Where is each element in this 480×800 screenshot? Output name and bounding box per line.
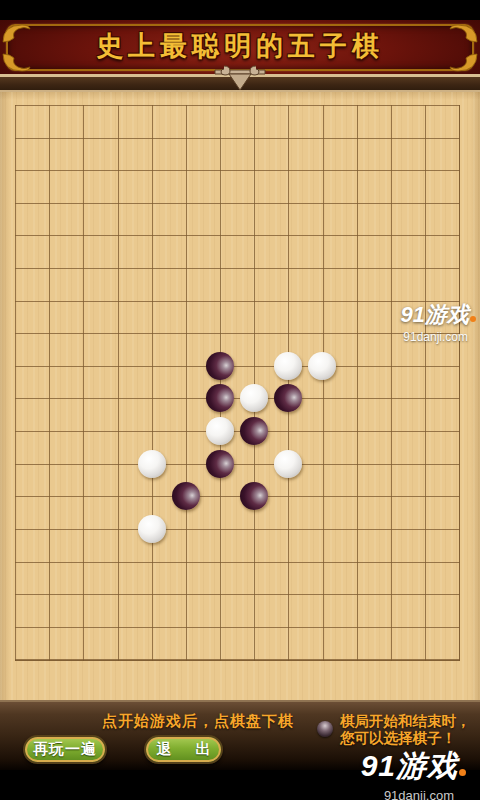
black-stone [172,482,200,510]
logo-dot-icon [459,769,466,776]
banner-bottom-ornament-icon [212,64,268,98]
game-board[interactable] [0,92,480,700]
white-stone [138,515,166,543]
white-stone [308,352,336,380]
stone-icon [317,721,333,737]
black-stone [206,450,234,478]
white-stone [240,384,268,412]
logo-brand: 91游戏 [361,746,468,787]
black-stone [206,352,234,380]
app-screen: 史上最聪明的五子棋 91游戏 91danji.com 点开始游戏后，点棋盘下棋 … [0,0,480,800]
black-stone [240,417,268,445]
black-stone [240,482,268,510]
status-bar [0,0,480,20]
white-stone [274,450,302,478]
note-text: 棋局开始和结束时， 您可以选择棋子！ [340,713,471,746]
black-stone [206,384,234,412]
black-stone [274,384,302,412]
white-stone [206,417,234,445]
hint-text: 点开始游戏后，点棋盘下棋 [102,712,294,731]
exit-button[interactable]: 退 出 [144,735,223,764]
white-stone [138,450,166,478]
logo-dot-icon [470,316,476,322]
note-block: 棋局开始和结束时， 您可以选择棋子！ [317,713,471,746]
site-logo: 91游戏 91danji.com [361,746,468,800]
game-title: 史上最聪明的五子棋 [0,28,480,64]
watermark-mid: 91游戏 91danji.com [401,300,478,344]
stones-layer [0,89,476,676]
watermark-site: 91danji.com [401,330,478,344]
watermark-brand: 91游戏 [401,300,478,330]
note-line1: 棋局开始和结束时， [340,713,471,730]
white-stone [274,352,302,380]
note-line2: 您可以选择棋子！ [340,730,471,747]
logo-site: 91danji.com [361,788,468,800]
play-again-button[interactable]: 再玩一遍 [23,735,107,764]
